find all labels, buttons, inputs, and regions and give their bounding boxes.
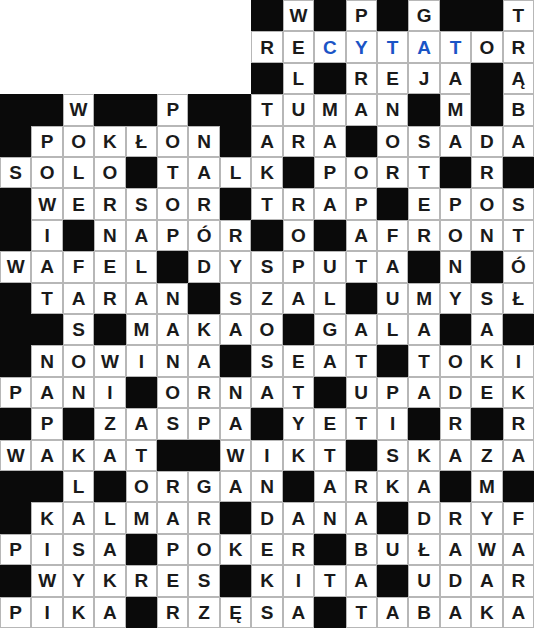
letter-cell-r19c3[interactable]: A	[94, 597, 125, 628]
letter-cell-r10c15[interactable]: A	[471, 314, 502, 345]
letter-cell-r8c16[interactable]: Ó	[503, 251, 534, 282]
letter-cell-r4c5[interactable]: O	[157, 126, 188, 157]
letter-cell-r14c9[interactable]: K	[283, 440, 314, 471]
letter-cell-r5c0[interactable]: S	[0, 157, 31, 188]
letter-cell-r2c13[interactable]: J	[408, 63, 439, 94]
block-cell-r3c15	[471, 94, 502, 125]
letter-cell-r18c1[interactable]: W	[31, 565, 62, 596]
letter-cell-r5c11[interactable]: O	[346, 157, 377, 188]
letter-cell-r7c7[interactable]: R	[220, 220, 251, 251]
letter-cell-r8c8[interactable]: S	[251, 251, 282, 282]
letter-cell-r7c1[interactable]: I	[31, 220, 62, 251]
block-cell-r11c12	[377, 345, 408, 376]
letter-cell-r18c3[interactable]: K	[94, 565, 125, 596]
block-cell-r0c14	[440, 0, 471, 31]
block-cell-r3c6	[188, 94, 219, 125]
void-r1c5	[157, 31, 188, 62]
letter-cell-r14c12[interactable]: S	[377, 440, 408, 471]
letter-cell-r4c4[interactable]: Ł	[126, 126, 157, 157]
block-cell-r6c0	[0, 188, 31, 219]
block-cell-r15c14	[440, 471, 471, 502]
letter-cell-r8c14[interactable]: N	[440, 251, 471, 282]
letter-cell-r9c4[interactable]: A	[126, 283, 157, 314]
letter-cell-r6c14[interactable]: P	[440, 188, 471, 219]
block-cell-r8c5	[157, 251, 188, 282]
letter-cell-r6c6[interactable]: R	[188, 188, 219, 219]
letter-cell-r6c13[interactable]: E	[408, 188, 439, 219]
letter-cell-r9c5[interactable]: N	[157, 283, 188, 314]
letter-cell-r13c10[interactable]: E	[314, 408, 345, 439]
letter-cell-r17c0[interactable]: P	[0, 534, 31, 565]
letter-cell-r11c6[interactable]: A	[188, 345, 219, 376]
letter-cell-r14c4[interactable]: T	[126, 440, 157, 471]
letter-cell-r13c4[interactable]: A	[126, 408, 157, 439]
letter-cell-r7c12[interactable]: F	[377, 220, 408, 251]
letter-cell-r8c6[interactable]: D	[188, 251, 219, 282]
letter-cell-r4c3[interactable]: K	[94, 126, 125, 157]
letter-cell-r1c15[interactable]: O	[471, 31, 502, 62]
letter-cell-r11c2[interactable]: O	[63, 345, 94, 376]
letter-cell-r17c9[interactable]: R	[283, 534, 314, 565]
letter-cell-r1c9[interactable]: E	[283, 31, 314, 62]
letter-cell-r18c11[interactable]: A	[346, 565, 377, 596]
letter-cell-r15c5[interactable]: R	[157, 471, 188, 502]
letter-cell-r11c1[interactable]: N	[31, 345, 62, 376]
block-cell-r16c12	[377, 502, 408, 533]
letter-cell-r16c14[interactable]: R	[440, 502, 471, 533]
letter-cell-r16c15[interactable]: Y	[471, 502, 502, 533]
block-cell-r7c2	[63, 220, 94, 251]
letter-cell-r15c11[interactable]: R	[346, 471, 377, 502]
letter-cell-r0c13[interactable]: G	[408, 0, 439, 31]
letter-cell-r11c5[interactable]: N	[157, 345, 188, 376]
letter-cell-r4c14[interactable]: A	[440, 126, 471, 157]
letter-cell-r8c4[interactable]: L	[126, 251, 157, 282]
letter-cell-r17c15[interactable]: W	[471, 534, 502, 565]
letter-cell-r2c12[interactable]: E	[377, 63, 408, 94]
block-cell-r15c1	[31, 471, 62, 502]
letter-cell-r13c6[interactable]: P	[188, 408, 219, 439]
letter-cell-r19c12[interactable]: A	[377, 597, 408, 628]
letter-cell-r17c3[interactable]: A	[94, 534, 125, 565]
block-cell-r4c0	[0, 126, 31, 157]
void-r0c0	[0, 0, 31, 31]
letter-cell-r13c12[interactable]: I	[377, 408, 408, 439]
letter-cell-r6c4[interactable]: S	[126, 188, 157, 219]
letter-cell-r2c11[interactable]: R	[346, 63, 377, 94]
letter-cell-r10c12[interactable]: L	[377, 314, 408, 345]
letter-cell-r14c3[interactable]: A	[94, 440, 125, 471]
letter-cell-r16c4[interactable]: M	[126, 502, 157, 533]
letter-cell-r3c11[interactable]: A	[346, 94, 377, 125]
letter-cell-r17c8[interactable]: E	[251, 534, 282, 565]
letter-cell-r19c2[interactable]: K	[63, 597, 94, 628]
letter-cell-r19c8[interactable]: S	[251, 597, 282, 628]
letter-cell-r18c13[interactable]: U	[408, 565, 439, 596]
letter-cell-r19c1[interactable]: I	[31, 597, 62, 628]
letter-cell-r17c2[interactable]: S	[63, 534, 94, 565]
crossword-board: WPGTRECYTATORLREJAĄWPTUMANMBPOKŁONARAOSA…	[0, 0, 534, 628]
block-cell-r14c5	[157, 440, 188, 471]
block-cell-r10c9	[283, 314, 314, 345]
letter-cell-r5c3[interactable]: O	[94, 157, 125, 188]
letter-cell-r19c5[interactable]: R	[157, 597, 188, 628]
letter-cell-r16c11[interactable]: A	[346, 502, 377, 533]
void-r0c5	[157, 0, 188, 31]
letter-cell-r6c15[interactable]: O	[471, 188, 502, 219]
letter-cell-r8c3[interactable]: E	[94, 251, 125, 282]
block-cell-r12c10	[314, 377, 345, 408]
letter-cell-r9c12[interactable]: U	[377, 283, 408, 314]
letter-cell-r17c7[interactable]: K	[220, 534, 251, 565]
letter-cell-r5c6[interactable]: A	[188, 157, 219, 188]
letter-cell-r7c6[interactable]: Ó	[188, 220, 219, 251]
letter-cell-r14c14[interactable]: A	[440, 440, 471, 471]
letter-cell-r13c9[interactable]: Y	[283, 408, 314, 439]
letter-cell-r10c2[interactable]: S	[63, 314, 94, 345]
letter-cell-r9c2[interactable]: A	[63, 283, 94, 314]
letter-cell-r19c7[interactable]: Ę	[220, 597, 251, 628]
letter-cell-r4c13[interactable]: S	[408, 126, 439, 157]
letter-cell-r14c8[interactable]: I	[251, 440, 282, 471]
block-cell-r7c10	[314, 220, 345, 251]
letter-cell-r0c9[interactable]: W	[283, 0, 314, 31]
letter-cell-r5c2[interactable]: L	[63, 157, 94, 188]
letter-cell-r16c5[interactable]: A	[157, 502, 188, 533]
letter-cell-r1c10[interactable]: C	[314, 31, 345, 62]
letter-cell-r19c13[interactable]: B	[408, 597, 439, 628]
block-cell-r11c7	[220, 345, 251, 376]
letter-cell-r16c9[interactable]: A	[283, 502, 314, 533]
letter-cell-r5c10[interactable]: P	[314, 157, 345, 188]
block-cell-r15c0	[0, 471, 31, 502]
letter-cell-r8c7[interactable]: Y	[220, 251, 251, 282]
letter-cell-r9c15[interactable]: S	[471, 283, 502, 314]
letter-cell-r12c11[interactable]: U	[346, 377, 377, 408]
block-cell-r9c0	[0, 283, 31, 314]
letter-cell-r11c9[interactable]: E	[283, 345, 314, 376]
letter-cell-r2c14[interactable]: A	[440, 63, 471, 94]
block-cell-r10c14	[440, 314, 471, 345]
letter-cell-r11c3[interactable]: W	[94, 345, 125, 376]
letter-cell-r12c9[interactable]: T	[283, 377, 314, 408]
letter-cell-r4c9[interactable]: R	[283, 126, 314, 157]
letter-cell-r18c16[interactable]: R	[503, 565, 534, 596]
letter-cell-r17c13[interactable]: Ł	[408, 534, 439, 565]
letter-cell-r18c10[interactable]: T	[314, 565, 345, 596]
block-cell-r5c14	[440, 157, 471, 188]
void-r1c7	[220, 31, 251, 62]
void-r1c6	[188, 31, 219, 62]
block-cell-r5c16	[503, 157, 534, 188]
block-cell-r16c7	[220, 502, 251, 533]
letter-cell-r10c8[interactable]: O	[251, 314, 282, 345]
letter-cell-r14c1[interactable]: A	[31, 440, 62, 471]
letter-cell-r18c15[interactable]: A	[471, 565, 502, 596]
letter-cell-r12c12[interactable]: P	[377, 377, 408, 408]
letter-cell-r12c1[interactable]: A	[31, 377, 62, 408]
letter-cell-r14c13[interactable]: K	[408, 440, 439, 471]
letter-cell-r17c11[interactable]: B	[346, 534, 377, 565]
letter-cell-r12c7[interactable]: N	[220, 377, 251, 408]
void-r1c1	[31, 31, 62, 62]
letter-cell-r11c11[interactable]: T	[346, 345, 377, 376]
letter-cell-r17c6[interactable]: O	[188, 534, 219, 565]
void-r2c5	[157, 63, 188, 94]
letter-cell-r12c14[interactable]: D	[440, 377, 471, 408]
letter-cell-r10c7[interactable]: A	[220, 314, 251, 345]
letter-cell-r11c16[interactable]: I	[503, 345, 534, 376]
letter-cell-r16c1[interactable]: K	[31, 502, 62, 533]
letter-cell-r13c14[interactable]: R	[440, 408, 471, 439]
letter-cell-r9c1[interactable]: T	[31, 283, 62, 314]
letter-cell-r13c1[interactable]: P	[31, 408, 62, 439]
letter-cell-r12c2[interactable]: N	[63, 377, 94, 408]
letter-cell-r1c14[interactable]: T	[440, 31, 471, 62]
letter-cell-r16c2[interactable]: A	[63, 502, 94, 533]
letter-cell-r3c12[interactable]: N	[377, 94, 408, 125]
letter-cell-r6c9[interactable]: R	[283, 188, 314, 219]
letter-cell-r3c10[interactable]: M	[314, 94, 345, 125]
letter-cell-r17c16[interactable]: A	[503, 534, 534, 565]
letter-cell-r8c10[interactable]: U	[314, 251, 345, 282]
letter-cell-r7c5[interactable]: P	[157, 220, 188, 251]
letter-cell-r7c9[interactable]: O	[283, 220, 314, 251]
letter-cell-r7c13[interactable]: R	[408, 220, 439, 251]
letter-cell-r9c8[interactable]: Z	[251, 283, 282, 314]
letter-cell-r1c8[interactable]: R	[251, 31, 282, 62]
letter-cell-r4c10[interactable]: A	[314, 126, 345, 157]
block-cell-r0c10	[314, 0, 345, 31]
letter-cell-r12c5[interactable]: O	[157, 377, 188, 408]
letter-cell-r18c8[interactable]: K	[251, 565, 282, 596]
letter-cell-r1c16[interactable]: R	[503, 31, 534, 62]
letter-cell-r8c1[interactable]: A	[31, 251, 62, 282]
letter-cell-r9c3[interactable]: R	[94, 283, 125, 314]
letter-cell-r14c15[interactable]: Z	[471, 440, 502, 471]
letter-cell-r18c2[interactable]: Y	[63, 565, 94, 596]
block-cell-r2c15	[471, 63, 502, 94]
letter-cell-r15c15[interactable]: M	[471, 471, 502, 502]
letter-cell-r9c7[interactable]: S	[220, 283, 251, 314]
letter-cell-r15c7[interactable]: A	[220, 471, 251, 502]
block-cell-r18c0	[0, 565, 31, 596]
void-r2c7	[220, 63, 251, 94]
block-cell-r10c16	[503, 314, 534, 345]
block-cell-r15c16	[503, 471, 534, 502]
letter-cell-r7c11[interactable]: A	[346, 220, 377, 251]
letter-cell-r4c15[interactable]: D	[471, 126, 502, 157]
letter-cell-r16c6[interactable]: R	[188, 502, 219, 533]
letter-cell-r7c16[interactable]: T	[503, 220, 534, 251]
letter-cell-r6c2[interactable]: E	[63, 188, 94, 219]
letter-cell-r7c14[interactable]: O	[440, 220, 471, 251]
block-cell-r8c13	[408, 251, 439, 282]
letter-cell-r1c11[interactable]: Y	[346, 31, 377, 62]
letter-cell-r10c11[interactable]: A	[346, 314, 377, 345]
letter-cell-r11c13[interactable]: T	[408, 345, 439, 376]
letter-cell-r14c0[interactable]: W	[0, 440, 31, 471]
letter-cell-r9c13[interactable]: M	[408, 283, 439, 314]
letter-cell-r7c15[interactable]: N	[471, 220, 502, 251]
block-cell-r0c8	[251, 0, 282, 31]
letter-cell-r5c13[interactable]: T	[408, 157, 439, 188]
letter-cell-r18c14[interactable]: D	[440, 565, 471, 596]
letter-cell-r6c8[interactable]: T	[251, 188, 282, 219]
letter-cell-r18c6[interactable]: S	[188, 565, 219, 596]
letter-cell-r17c14[interactable]: A	[440, 534, 471, 565]
letter-cell-r10c13[interactable]: A	[408, 314, 439, 345]
block-cell-r2c8	[251, 63, 282, 94]
letter-cell-r12c8[interactable]: A	[251, 377, 282, 408]
letter-cell-r8c2[interactable]: F	[63, 251, 94, 282]
letter-cell-r19c0[interactable]: P	[0, 597, 31, 628]
letter-cell-r4c8[interactable]: A	[251, 126, 282, 157]
letter-cell-r5c5[interactable]: T	[157, 157, 188, 188]
letter-cell-r9c10[interactable]: L	[314, 283, 345, 314]
letter-cell-r14c10[interactable]: T	[314, 440, 345, 471]
letter-cell-r10c10[interactable]: G	[314, 314, 345, 345]
block-cell-r17c4	[126, 534, 157, 565]
letter-cell-r3c2[interactable]: W	[63, 94, 94, 125]
letter-cell-r19c16[interactable]: A	[503, 597, 534, 628]
letter-cell-r14c2[interactable]: K	[63, 440, 94, 471]
letter-cell-r2c16[interactable]: Ą	[503, 63, 534, 94]
letter-cell-r11c4[interactable]: I	[126, 345, 157, 376]
letter-cell-r19c11[interactable]: T	[346, 597, 377, 628]
letter-cell-r5c12[interactable]: R	[377, 157, 408, 188]
letter-cell-r12c15[interactable]: E	[471, 377, 502, 408]
letter-cell-r16c3[interactable]: L	[94, 502, 125, 533]
letter-cell-r5c8[interactable]: K	[251, 157, 282, 188]
block-cell-r6c7	[220, 188, 251, 219]
letter-cell-r17c1[interactable]: I	[31, 534, 62, 565]
letter-cell-r16c13[interactable]: D	[408, 502, 439, 533]
letter-cell-r15c8[interactable]: N	[251, 471, 282, 502]
block-cell-r7c8	[251, 220, 282, 251]
void-r2c1	[31, 63, 62, 94]
letter-cell-r11c15[interactable]: K	[471, 345, 502, 376]
letter-cell-r7c4[interactable]: A	[126, 220, 157, 251]
letter-cell-r6c3[interactable]: R	[94, 188, 125, 219]
letter-cell-r6c1[interactable]: W	[31, 188, 62, 219]
letter-cell-r12c6[interactable]: R	[188, 377, 219, 408]
letter-cell-r8c12[interactable]: A	[377, 251, 408, 282]
letter-cell-r5c1[interactable]: O	[31, 157, 62, 188]
block-cell-r3c1	[31, 94, 62, 125]
letter-cell-r3c5[interactable]: P	[157, 94, 188, 125]
letter-cell-r0c11[interactable]: P	[346, 0, 377, 31]
letter-cell-r3c14[interactable]: M	[440, 94, 471, 125]
block-cell-r18c7	[220, 565, 251, 596]
block-cell-r3c3	[94, 94, 125, 125]
letter-cell-r13c7[interactable]: A	[220, 408, 251, 439]
letter-cell-r19c14[interactable]: A	[440, 597, 471, 628]
letter-cell-r1c12[interactable]: T	[377, 31, 408, 62]
letter-cell-r11c8[interactable]: S	[251, 345, 282, 376]
block-cell-r3c7	[220, 94, 251, 125]
block-cell-r9c11	[346, 283, 377, 314]
letter-cell-r9c14[interactable]: Y	[440, 283, 471, 314]
letter-cell-r11c10[interactable]: A	[314, 345, 345, 376]
letter-cell-r2c9[interactable]: L	[283, 63, 314, 94]
letter-cell-r3c9[interactable]: U	[283, 94, 314, 125]
letter-cell-r8c9[interactable]: P	[283, 251, 314, 282]
letter-cell-r6c11[interactable]: P	[346, 188, 377, 219]
letter-cell-r7c3[interactable]: N	[94, 220, 125, 251]
letter-cell-r12c0[interactable]: P	[0, 377, 31, 408]
letter-cell-r14c16[interactable]: A	[503, 440, 534, 471]
letter-cell-r5c15[interactable]: R	[471, 157, 502, 188]
letter-cell-r8c0[interactable]: W	[0, 251, 31, 282]
letter-cell-r12c16[interactable]: K	[503, 377, 534, 408]
letter-cell-r16c16[interactable]: F	[503, 502, 534, 533]
letter-cell-r16c8[interactable]: D	[251, 502, 282, 533]
letter-cell-r5c7[interactable]: L	[220, 157, 251, 188]
letter-cell-r3c16[interactable]: B	[503, 94, 534, 125]
letter-cell-r10c4[interactable]: M	[126, 314, 157, 345]
letter-cell-r10c6[interactable]: K	[188, 314, 219, 345]
letter-cell-r19c6[interactable]: Z	[188, 597, 219, 628]
letter-cell-r9c9[interactable]: A	[283, 283, 314, 314]
letter-cell-r17c12[interactable]: U	[377, 534, 408, 565]
letter-cell-r18c5[interactable]: E	[157, 565, 188, 596]
void-r0c7	[220, 0, 251, 31]
letter-cell-r13c11[interactable]: T	[346, 408, 377, 439]
letter-cell-r3c8[interactable]: T	[251, 94, 282, 125]
letter-cell-r18c4[interactable]: R	[126, 565, 157, 596]
void-r0c4	[126, 0, 157, 31]
letter-cell-r17c5[interactable]: P	[157, 534, 188, 565]
letter-cell-r6c16[interactable]: S	[503, 188, 534, 219]
letter-cell-r4c1[interactable]: P	[31, 126, 62, 157]
letter-cell-r15c2[interactable]: L	[63, 471, 94, 502]
block-cell-r12c4	[126, 377, 157, 408]
letter-cell-r15c12[interactable]: K	[377, 471, 408, 502]
letter-cell-r12c3[interactable]: I	[94, 377, 125, 408]
letter-cell-r12c13[interactable]: A	[408, 377, 439, 408]
void-r0c1	[31, 0, 62, 31]
letter-cell-r15c4[interactable]: O	[126, 471, 157, 502]
letter-cell-r14c7[interactable]: W	[220, 440, 251, 471]
letter-cell-r4c6[interactable]: N	[188, 126, 219, 157]
void-r1c4	[126, 31, 157, 62]
letter-cell-r4c16[interactable]: A	[503, 126, 534, 157]
letter-cell-r18c9[interactable]: I	[283, 565, 314, 596]
letter-cell-r19c15[interactable]: K	[471, 597, 502, 628]
letter-cell-r9c16[interactable]: Ł	[503, 283, 534, 314]
letter-cell-r15c6[interactable]: G	[188, 471, 219, 502]
block-cell-r3c4	[126, 94, 157, 125]
letter-cell-r15c10[interactable]: A	[314, 471, 345, 502]
letter-cell-r8c11[interactable]: T	[346, 251, 377, 282]
block-cell-r7c0	[0, 220, 31, 251]
letter-cell-r15c13[interactable]: A	[408, 471, 439, 502]
letter-cell-r4c2[interactable]: O	[63, 126, 94, 157]
letter-cell-r1c13[interactable]: A	[408, 31, 439, 62]
letter-cell-r16c10[interactable]: N	[314, 502, 345, 533]
letter-cell-r13c5[interactable]: S	[157, 408, 188, 439]
letter-cell-r10c5[interactable]: A	[157, 314, 188, 345]
letter-cell-r13c3[interactable]: Z	[94, 408, 125, 439]
letter-cell-r0c16[interactable]: T	[503, 0, 534, 31]
letter-cell-r11c14[interactable]: O	[440, 345, 471, 376]
letter-cell-r4c12[interactable]: O	[377, 126, 408, 157]
letter-cell-r13c16[interactable]: R	[503, 408, 534, 439]
letter-cell-r6c10[interactable]: A	[314, 188, 345, 219]
letter-cell-r19c9[interactable]: A	[283, 597, 314, 628]
letter-cell-r6c5[interactable]: O	[157, 188, 188, 219]
